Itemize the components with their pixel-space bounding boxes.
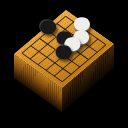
black-stone[interactable]: ●	[54, 41, 72, 59]
go-board-icon[interactable]: ●●●●●●	[0, 0, 128, 128]
